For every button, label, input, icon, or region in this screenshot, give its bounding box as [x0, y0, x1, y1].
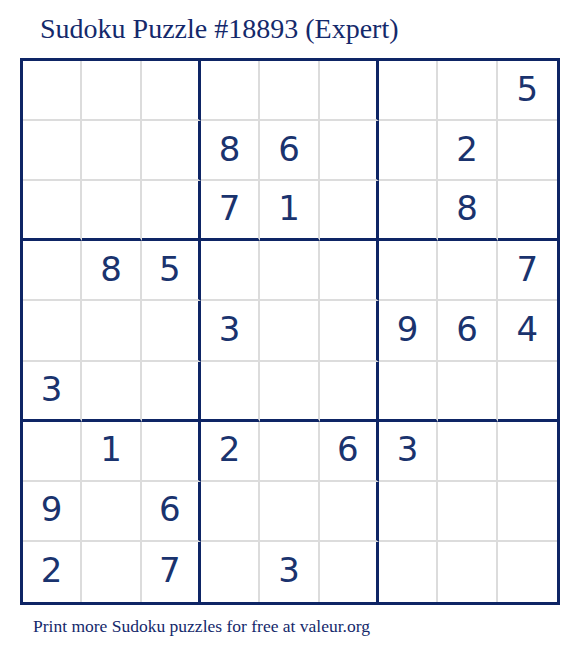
given-digit: 2	[41, 553, 63, 587]
given-digit: 5	[517, 72, 539, 106]
sudoku-cell-r1c6	[320, 61, 379, 121]
given-digit: 6	[278, 132, 300, 166]
sudoku-cell-r7c2: 1	[82, 422, 141, 482]
sudoku-cell-r2c3	[142, 121, 201, 181]
sudoku-cell-r4c8	[438, 241, 497, 301]
sudoku-cell-r9c8	[438, 542, 497, 602]
sudoku-cell-r6c1: 3	[23, 362, 82, 422]
given-digit: 7	[517, 252, 539, 286]
given-digit: 3	[397, 432, 419, 466]
sudoku-cell-r2c1	[23, 121, 82, 181]
sudoku-cell-r5c5	[260, 301, 319, 361]
sudoku-cell-r8c2	[82, 482, 141, 542]
sudoku-cell-r9c1: 2	[23, 542, 82, 602]
given-digit: 6	[159, 492, 181, 526]
given-digit: 9	[397, 312, 419, 346]
sudoku-cell-r2c4: 8	[201, 121, 260, 181]
sudoku-cell-r2c5: 6	[260, 121, 319, 181]
given-digit: 1	[100, 432, 122, 466]
sudoku-cell-r7c4: 2	[201, 422, 260, 482]
sudoku-cell-r7c7: 3	[379, 422, 438, 482]
sudoku-cell-r2c9	[498, 121, 557, 181]
sudoku-cell-r6c3	[142, 362, 201, 422]
given-digit: 6	[456, 312, 478, 346]
sudoku-cell-r8c5	[260, 482, 319, 542]
sudoku-cell-r4c3: 5	[142, 241, 201, 301]
sudoku-cell-r1c7	[379, 61, 438, 121]
sudoku-cell-r9c5: 3	[260, 542, 319, 602]
sudoku-cell-r3c4: 7	[201, 181, 260, 241]
given-digit: 2	[219, 432, 241, 466]
sudoku-cell-r1c1	[23, 61, 82, 121]
sudoku-cell-r7c6: 6	[320, 422, 379, 482]
sudoku-cell-r9c4	[201, 542, 260, 602]
sudoku-cell-r3c6	[320, 181, 379, 241]
sudoku-cell-r1c8	[438, 61, 497, 121]
sudoku-cell-r5c6	[320, 301, 379, 361]
sudoku-cell-r5c7: 9	[379, 301, 438, 361]
sudoku-cell-r4c9: 7	[498, 241, 557, 301]
sudoku-cell-r7c8	[438, 422, 497, 482]
sudoku-cell-r6c7	[379, 362, 438, 422]
sudoku-cell-r8c7	[379, 482, 438, 542]
given-digit: 3	[278, 553, 300, 587]
sudoku-cell-r3c3	[142, 181, 201, 241]
sudoku-cell-r1c4	[201, 61, 260, 121]
given-digit: 3	[41, 372, 63, 406]
given-digit: 4	[517, 312, 539, 346]
sudoku-cell-r8c1: 9	[23, 482, 82, 542]
footer-text: Print more Sudoku puzzles for free at va…	[33, 616, 370, 637]
given-digit: 8	[456, 191, 478, 225]
sudoku-cell-r2c8: 2	[438, 121, 497, 181]
given-digit: 1	[278, 191, 300, 225]
sudoku-cell-r5c2	[82, 301, 141, 361]
sudoku-cell-r9c3: 7	[142, 542, 201, 602]
sudoku-cell-r6c9	[498, 362, 557, 422]
sudoku-cell-r5c3	[142, 301, 201, 361]
given-digit: 5	[159, 252, 181, 286]
sudoku-cell-r3c2	[82, 181, 141, 241]
sudoku-cell-r2c2	[82, 121, 141, 181]
sudoku-cell-r8c6	[320, 482, 379, 542]
given-digit: 2	[456, 132, 478, 166]
sudoku-cell-r3c5: 1	[260, 181, 319, 241]
sudoku-cell-r9c6	[320, 542, 379, 602]
sudoku-cell-r1c5	[260, 61, 319, 121]
sudoku-cell-r4c6	[320, 241, 379, 301]
sudoku-cell-r2c7	[379, 121, 438, 181]
sudoku-cell-r8c9	[498, 482, 557, 542]
sudoku-cell-r9c7	[379, 542, 438, 602]
sudoku-cell-r2c6	[320, 121, 379, 181]
sudoku-cell-r8c8	[438, 482, 497, 542]
given-digit: 8	[100, 252, 122, 286]
sudoku-cell-r6c2	[82, 362, 141, 422]
sudoku-cell-r6c5	[260, 362, 319, 422]
sudoku-cell-r3c9	[498, 181, 557, 241]
given-digit: 6	[337, 432, 359, 466]
given-digit: 7	[219, 191, 241, 225]
sudoku-cell-r6c8	[438, 362, 497, 422]
sudoku-cell-r8c4	[201, 482, 260, 542]
sudoku-cell-r5c9: 4	[498, 301, 557, 361]
sudoku-cell-r6c4	[201, 362, 260, 422]
sudoku-cell-r3c1	[23, 181, 82, 241]
sudoku-cell-r5c8: 6	[438, 301, 497, 361]
sudoku-cell-r7c9	[498, 422, 557, 482]
sudoku-board: 586271885739643126396273	[20, 58, 560, 605]
sudoku-cell-r1c2	[82, 61, 141, 121]
sudoku-cell-r7c5	[260, 422, 319, 482]
sudoku-cell-r6c6	[320, 362, 379, 422]
sudoku-cell-r3c8: 8	[438, 181, 497, 241]
sudoku-cell-r5c1	[23, 301, 82, 361]
sudoku-cell-r7c1	[23, 422, 82, 482]
sudoku-cell-r4c4	[201, 241, 260, 301]
sudoku-cell-r4c1	[23, 241, 82, 301]
sudoku-cell-r4c7	[379, 241, 438, 301]
sudoku-cell-r8c3: 6	[142, 482, 201, 542]
page-title: Sudoku Puzzle #18893 (Expert)	[40, 13, 399, 45]
sudoku-cell-r5c4: 3	[201, 301, 260, 361]
sudoku-cell-r9c2	[82, 542, 141, 602]
sudoku-cell-r3c7	[379, 181, 438, 241]
given-digit: 3	[219, 312, 241, 346]
sudoku-cell-r4c5	[260, 241, 319, 301]
given-digit: 8	[219, 132, 241, 166]
given-digit: 7	[159, 553, 181, 587]
sudoku-cell-r4c2: 8	[82, 241, 141, 301]
sudoku-cell-r1c9: 5	[498, 61, 557, 121]
sudoku-cell-r7c3	[142, 422, 201, 482]
given-digit: 9	[41, 492, 63, 526]
sudoku-cell-r1c3	[142, 61, 201, 121]
sudoku-cell-r9c9	[498, 542, 557, 602]
